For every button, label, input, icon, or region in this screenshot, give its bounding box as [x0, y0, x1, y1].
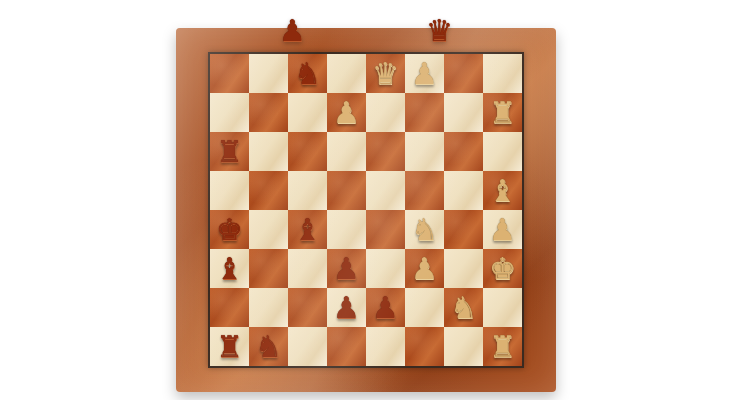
square-b8[interactable] [249, 54, 288, 93]
square-c6[interactable] [288, 132, 327, 171]
square-h3[interactable]: ♚ [483, 249, 522, 288]
square-h7[interactable]: ♜ [483, 93, 522, 132]
square-a4[interactable]: ♚ [210, 210, 249, 249]
piece-red-pawn-d2[interactable]: ♟ [333, 293, 360, 323]
square-f6[interactable] [405, 132, 444, 171]
square-f3[interactable]: ♟ [405, 249, 444, 288]
square-f7[interactable] [405, 93, 444, 132]
square-b5[interactable] [249, 171, 288, 210]
square-h8[interactable] [483, 54, 522, 93]
piece-red-bishop-a3[interactable]: ♝ [216, 254, 243, 284]
board-frame: ♞♛♟♟♜♜♝♚♝♞♟♝♟♟♚♟♟♞♜♞♜ [176, 28, 556, 392]
square-f4[interactable]: ♞ [405, 210, 444, 249]
square-a8[interactable] [210, 54, 249, 93]
piece-red-pawn-d3[interactable]: ♟ [333, 254, 360, 284]
square-e8[interactable]: ♛ [366, 54, 405, 93]
captured-red-pawn[interactable]: ♟ [279, 16, 306, 46]
piece-white-rook-h1[interactable]: ♜ [489, 332, 516, 362]
piece-white-knight-g2[interactable]: ♞ [450, 293, 477, 323]
square-c7[interactable] [288, 93, 327, 132]
piece-white-king-h3[interactable]: ♚ [489, 254, 516, 284]
square-d8[interactable] [327, 54, 366, 93]
piece-red-knight-b1[interactable]: ♞ [255, 332, 282, 362]
square-h6[interactable] [483, 132, 522, 171]
chess-photo-scene: ♟♛ ♞♛♟♟♜♜♝♚♝♞♟♝♟♟♚♟♟♞♜♞♜ [0, 0, 732, 400]
piece-white-pawn-f3[interactable]: ♟ [411, 254, 438, 284]
square-e2[interactable]: ♟ [366, 288, 405, 327]
square-d2[interactable]: ♟ [327, 288, 366, 327]
square-d1[interactable] [327, 327, 366, 366]
square-f2[interactable] [405, 288, 444, 327]
square-b4[interactable] [249, 210, 288, 249]
captured-red-queen[interactable]: ♛ [426, 16, 453, 46]
square-f5[interactable] [405, 171, 444, 210]
piece-white-pawn-f8[interactable]: ♟ [411, 59, 438, 89]
square-c2[interactable] [288, 288, 327, 327]
square-g1[interactable] [444, 327, 483, 366]
square-c3[interactable] [288, 249, 327, 288]
square-g8[interactable] [444, 54, 483, 93]
captured-pieces-tray: ♟♛ [186, 2, 546, 46]
square-e3[interactable] [366, 249, 405, 288]
square-c4[interactable]: ♝ [288, 210, 327, 249]
square-e5[interactable] [366, 171, 405, 210]
square-g4[interactable] [444, 210, 483, 249]
square-f1[interactable] [405, 327, 444, 366]
square-d5[interactable] [327, 171, 366, 210]
square-g5[interactable] [444, 171, 483, 210]
square-g7[interactable] [444, 93, 483, 132]
piece-white-knight-f4[interactable]: ♞ [411, 215, 438, 245]
square-c1[interactable] [288, 327, 327, 366]
square-b6[interactable] [249, 132, 288, 171]
square-c8[interactable]: ♞ [288, 54, 327, 93]
square-h2[interactable] [483, 288, 522, 327]
piece-red-pawn-e2[interactable]: ♟ [372, 293, 399, 323]
piece-white-pawn-h4[interactable]: ♟ [489, 215, 516, 245]
square-a3[interactable]: ♝ [210, 249, 249, 288]
chess-board: ♞♛♟♟♜♜♝♚♝♞♟♝♟♟♚♟♟♞♜♞♜ [208, 52, 524, 368]
square-f8[interactable]: ♟ [405, 54, 444, 93]
square-b1[interactable]: ♞ [249, 327, 288, 366]
square-h4[interactable]: ♟ [483, 210, 522, 249]
square-d4[interactable] [327, 210, 366, 249]
square-a1[interactable]: ♜ [210, 327, 249, 366]
piece-red-rook-a1[interactable]: ♜ [216, 332, 243, 362]
square-e1[interactable] [366, 327, 405, 366]
square-d6[interactable] [327, 132, 366, 171]
piece-red-king-a4[interactable]: ♚ [216, 215, 243, 245]
piece-white-rook-h7[interactable]: ♜ [489, 98, 516, 128]
square-b2[interactable] [249, 288, 288, 327]
square-g2[interactable]: ♞ [444, 288, 483, 327]
square-e7[interactable] [366, 93, 405, 132]
piece-red-knight-c8[interactable]: ♞ [294, 59, 321, 89]
square-a2[interactable] [210, 288, 249, 327]
square-a7[interactable] [210, 93, 249, 132]
piece-red-rook-a6[interactable]: ♜ [216, 137, 243, 167]
square-e6[interactable] [366, 132, 405, 171]
square-a5[interactable] [210, 171, 249, 210]
square-d3[interactable]: ♟ [327, 249, 366, 288]
square-g3[interactable] [444, 249, 483, 288]
square-h5[interactable]: ♝ [483, 171, 522, 210]
square-a6[interactable]: ♜ [210, 132, 249, 171]
square-b3[interactable] [249, 249, 288, 288]
square-d7[interactable]: ♟ [327, 93, 366, 132]
square-g6[interactable] [444, 132, 483, 171]
piece-white-pawn-d7[interactable]: ♟ [333, 98, 360, 128]
piece-white-queen-e8[interactable]: ♛ [372, 59, 399, 89]
square-h1[interactable]: ♜ [483, 327, 522, 366]
piece-red-bishop-c4[interactable]: ♝ [294, 215, 321, 245]
square-e4[interactable] [366, 210, 405, 249]
square-c5[interactable] [288, 171, 327, 210]
piece-white-bishop-h5[interactable]: ♝ [489, 176, 516, 206]
square-b7[interactable] [249, 93, 288, 132]
